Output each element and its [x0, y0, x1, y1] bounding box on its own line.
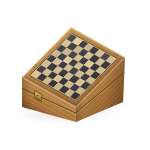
product-photo	[0, 0, 150, 150]
brass-clasp	[34, 90, 41, 101]
frame-notch	[114, 52, 118, 55]
